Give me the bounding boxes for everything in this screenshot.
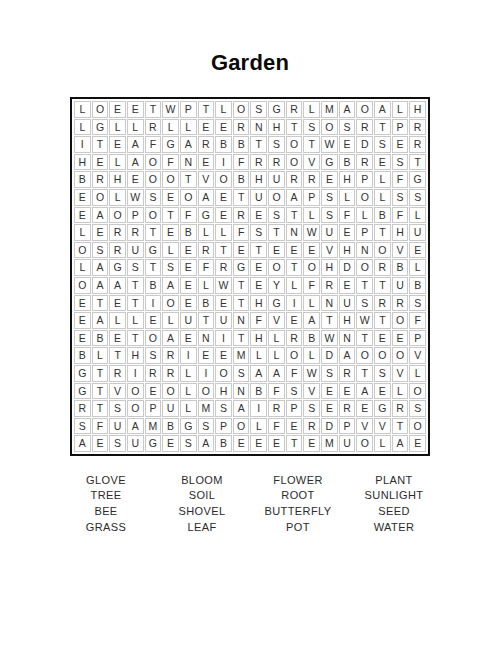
grid-cell[interactable]: T [392, 418, 409, 435]
grid-cell[interactable]: A [303, 312, 320, 329]
grid-cell[interactable]: E [74, 207, 91, 224]
grid-cell[interactable]: R [339, 400, 356, 417]
grid-cell[interactable]: U [339, 295, 356, 312]
grid-cell[interactable]: N [356, 242, 373, 259]
grid-cell[interactable]: P [215, 418, 232, 435]
grid-cell[interactable]: F [409, 312, 426, 329]
grid-cell[interactable]: L [215, 224, 232, 241]
grid-cell[interactable]: E [268, 435, 285, 452]
grid-cell[interactable]: O [409, 383, 426, 400]
grid-cell[interactable]: F [145, 136, 162, 153]
grid-cell[interactable]: L [74, 119, 91, 136]
grid-cell[interactable]: E [109, 136, 126, 153]
grid-cell[interactable]: U [162, 400, 179, 417]
grid-cell[interactable]: B [92, 330, 109, 347]
grid-cell[interactable]: E [92, 435, 109, 452]
grid-cell[interactable]: E [145, 383, 162, 400]
grid-cell[interactable]: R [233, 207, 250, 224]
grid-cell[interactable]: F [233, 154, 250, 171]
grid-cell[interactable]: L [109, 154, 126, 171]
grid-cell[interactable]: L [268, 347, 285, 364]
grid-cell[interactable]: V [409, 347, 426, 364]
grid-cell[interactable]: L [339, 189, 356, 206]
grid-cell[interactable]: R [356, 119, 373, 136]
grid-cell[interactable]: S [145, 189, 162, 206]
grid-cell[interactable]: A [127, 418, 144, 435]
grid-cell[interactable]: R [409, 119, 426, 136]
grid-cell[interactable]: O [92, 101, 109, 118]
grid-cell[interactable]: S [92, 242, 109, 259]
grid-cell[interactable]: A [162, 330, 179, 347]
grid-cell[interactable]: O [356, 189, 373, 206]
grid-cell[interactable]: W [127, 189, 144, 206]
grid-cell[interactable]: O [356, 347, 373, 364]
grid-cell[interactable]: E [74, 295, 91, 312]
grid-cell[interactable]: U [321, 224, 338, 241]
grid-cell[interactable]: E [303, 242, 320, 259]
grid-cell[interactable]: S [409, 400, 426, 417]
grid-cell[interactable]: E [286, 312, 303, 329]
grid-cell[interactable]: R [127, 224, 144, 241]
grid-cell[interactable]: E [233, 242, 250, 259]
grid-cell[interactable]: B [392, 259, 409, 276]
grid-cell[interactable]: T [198, 312, 215, 329]
grid-cell[interactable]: A [356, 383, 373, 400]
grid-cell[interactable]: G [268, 101, 285, 118]
grid-cell[interactable]: S [268, 136, 285, 153]
grid-cell[interactable]: V [392, 242, 409, 259]
grid-cell[interactable]: I [145, 295, 162, 312]
grid-cell[interactable]: H [109, 171, 126, 188]
grid-cell[interactable]: O [145, 171, 162, 188]
grid-cell[interactable]: T [127, 295, 144, 312]
grid-cell[interactable]: T [303, 136, 320, 153]
grid-cell[interactable]: R [109, 365, 126, 382]
grid-cell[interactable]: R [215, 259, 232, 276]
grid-cell[interactable]: V [198, 171, 215, 188]
grid-cell[interactable]: L [250, 418, 267, 435]
grid-cell[interactable]: O [198, 383, 215, 400]
grid-cell[interactable]: E [233, 435, 250, 452]
grid-cell[interactable]: F [180, 207, 197, 224]
grid-cell[interactable]: E [127, 171, 144, 188]
grid-cell[interactable]: U [127, 435, 144, 452]
grid-cell[interactable]: G [268, 295, 285, 312]
grid-cell[interactable]: L [303, 295, 320, 312]
grid-cell[interactable]: B [374, 207, 391, 224]
grid-cell[interactable]: B [339, 154, 356, 171]
grid-cell[interactable]: W [162, 101, 179, 118]
grid-cell[interactable]: R [374, 259, 391, 276]
grid-cell[interactable]: V [356, 418, 373, 435]
grid-cell[interactable]: E [374, 154, 391, 171]
grid-cell[interactable]: L [127, 312, 144, 329]
grid-cell[interactable]: T [286, 435, 303, 452]
grid-cell[interactable]: O [74, 277, 91, 294]
grid-cell[interactable]: W [303, 224, 320, 241]
grid-cell[interactable]: S [109, 400, 126, 417]
grid-cell[interactable]: E [74, 312, 91, 329]
grid-cell[interactable]: P [303, 189, 320, 206]
grid-cell[interactable]: O [268, 189, 285, 206]
grid-cell[interactable]: O [233, 101, 250, 118]
grid-cell[interactable]: E [250, 259, 267, 276]
grid-cell[interactable]: R [268, 400, 285, 417]
grid-cell[interactable]: E [250, 435, 267, 452]
grid-cell[interactable]: S [374, 136, 391, 153]
grid-cell[interactable]: R [162, 347, 179, 364]
grid-cell[interactable]: S [321, 365, 338, 382]
grid-cell[interactable]: E [92, 154, 109, 171]
grid-cell[interactable]: S [109, 435, 126, 452]
grid-cell[interactable]: O [356, 259, 373, 276]
grid-cell[interactable]: E [180, 330, 197, 347]
grid-cell[interactable]: E [180, 277, 197, 294]
grid-cell[interactable]: M [321, 435, 338, 452]
grid-cell[interactable]: W [321, 330, 338, 347]
grid-cell[interactable]: L [109, 312, 126, 329]
grid-cell[interactable]: D [356, 136, 373, 153]
grid-cell[interactable]: H [339, 312, 356, 329]
grid-cell[interactable]: U [250, 189, 267, 206]
grid-cell[interactable]: T [286, 119, 303, 136]
grid-cell[interactable]: E [215, 347, 232, 364]
grid-cell[interactable]: N [321, 295, 338, 312]
grid-cell[interactable]: L [374, 189, 391, 206]
grid-cell[interactable]: H [321, 259, 338, 276]
grid-cell[interactable]: H [250, 295, 267, 312]
grid-cell[interactable]: I [250, 400, 267, 417]
grid-cell[interactable]: T [268, 224, 285, 241]
grid-cell[interactable]: S [198, 418, 215, 435]
grid-cell[interactable]: S [303, 119, 320, 136]
grid-cell[interactable]: R [339, 365, 356, 382]
grid-cell[interactable]: R [109, 224, 126, 241]
grid-cell[interactable]: I [74, 136, 91, 153]
grid-cell[interactable]: A [339, 347, 356, 364]
grid-cell[interactable]: L [409, 365, 426, 382]
grid-cell[interactable]: G [180, 418, 197, 435]
grid-cell[interactable]: O [233, 418, 250, 435]
grid-cell[interactable]: A [109, 277, 126, 294]
grid-cell[interactable]: R [198, 136, 215, 153]
grid-cell[interactable]: O [215, 365, 232, 382]
grid-cell[interactable]: B [198, 295, 215, 312]
grid-cell[interactable]: M [233, 347, 250, 364]
grid-cell[interactable]: L [286, 277, 303, 294]
grid-cell[interactable]: E [215, 207, 232, 224]
grid-cell[interactable]: V [374, 418, 391, 435]
grid-cell[interactable]: M [321, 101, 338, 118]
grid-cell[interactable]: E [162, 224, 179, 241]
grid-cell[interactable]: O [303, 259, 320, 276]
grid-cell[interactable]: S [233, 365, 250, 382]
grid-cell[interactable]: F [250, 312, 267, 329]
grid-cell[interactable]: A [268, 365, 285, 382]
grid-cell[interactable]: U [180, 312, 197, 329]
grid-cell[interactable]: M [198, 400, 215, 417]
grid-cell[interactable]: W [303, 365, 320, 382]
grid-cell[interactable]: F [303, 277, 320, 294]
grid-cell[interactable]: N [233, 312, 250, 329]
grid-cell[interactable]: O [268, 259, 285, 276]
grid-cell[interactable]: R [233, 119, 250, 136]
grid-cell[interactable]: H [250, 330, 267, 347]
grid-cell[interactable]: F [268, 418, 285, 435]
grid-cell[interactable]: O [109, 207, 126, 224]
grid-cell[interactable]: F [233, 224, 250, 241]
grid-cell[interactable]: V [392, 365, 409, 382]
grid-cell[interactable]: L [303, 347, 320, 364]
grid-cell[interactable]: L [356, 207, 373, 224]
grid-cell[interactable]: E [109, 295, 126, 312]
grid-cell[interactable]: P [409, 330, 426, 347]
grid-cell[interactable]: L [215, 101, 232, 118]
grid-cell[interactable]: L [180, 365, 197, 382]
grid-cell[interactable]: A [233, 400, 250, 417]
grid-cell[interactable]: B [162, 418, 179, 435]
grid-cell[interactable]: S [409, 189, 426, 206]
grid-cell[interactable]: E [74, 330, 91, 347]
grid-cell[interactable]: R [303, 418, 320, 435]
grid-cell[interactable]: T [374, 224, 391, 241]
grid-cell[interactable]: I [127, 365, 144, 382]
grid-cell[interactable]: P [339, 418, 356, 435]
grid-cell[interactable]: M [145, 418, 162, 435]
grid-cell[interactable]: R [392, 295, 409, 312]
grid-cell[interactable]: P [356, 224, 373, 241]
grid-cell[interactable]: F [392, 207, 409, 224]
grid-cell[interactable]: O [356, 101, 373, 118]
grid-cell[interactable]: E [374, 330, 391, 347]
grid-cell[interactable]: G [198, 207, 215, 224]
grid-cell[interactable]: E [74, 189, 91, 206]
grid-cell[interactable]: R [162, 365, 179, 382]
grid-cell[interactable]: G [162, 136, 179, 153]
grid-cell[interactable]: S [392, 154, 409, 171]
grid-cell[interactable]: G [233, 259, 250, 276]
grid-cell[interactable]: G [409, 171, 426, 188]
grid-cell[interactable]: U [215, 312, 232, 329]
grid-cell[interactable]: F [268, 383, 285, 400]
grid-cell[interactable]: E [127, 101, 144, 118]
grid-cell[interactable]: B [74, 347, 91, 364]
grid-cell[interactable]: E [198, 347, 215, 364]
grid-cell[interactable]: U [339, 435, 356, 452]
grid-cell[interactable]: A [198, 189, 215, 206]
grid-cell[interactable]: O [92, 189, 109, 206]
grid-cell[interactable]: O [162, 383, 179, 400]
grid-cell[interactable]: A [127, 136, 144, 153]
grid-cell[interactable]: O [374, 347, 391, 364]
grid-cell[interactable]: B [215, 136, 232, 153]
grid-cell[interactable]: R [92, 171, 109, 188]
grid-cell[interactable]: T [233, 277, 250, 294]
grid-cell[interactable]: T [374, 312, 391, 329]
grid-cell[interactable]: T [286, 259, 303, 276]
grid-cell[interactable]: O [392, 347, 409, 364]
grid-cell[interactable]: E [356, 400, 373, 417]
grid-cell[interactable]: F [198, 259, 215, 276]
grid-cell[interactable]: B [180, 224, 197, 241]
grid-cell[interactable]: T [374, 119, 391, 136]
grid-cell[interactable]: R [145, 365, 162, 382]
grid-cell[interactable]: T [127, 277, 144, 294]
grid-cell[interactable]: F [286, 365, 303, 382]
grid-cell[interactable]: U [392, 277, 409, 294]
grid-cell[interactable]: A [127, 154, 144, 171]
grid-cell[interactable]: S [321, 207, 338, 224]
grid-cell[interactable]: L [109, 189, 126, 206]
grid-cell[interactable]: O [162, 295, 179, 312]
grid-cell[interactable]: T [409, 154, 426, 171]
grid-cell[interactable]: T [145, 224, 162, 241]
grid-cell[interactable]: L [409, 207, 426, 224]
grid-cell[interactable]: O [286, 347, 303, 364]
grid-cell[interactable]: T [180, 171, 197, 188]
grid-cell[interactable]: O [286, 154, 303, 171]
grid-cell[interactable]: R [145, 119, 162, 136]
grid-cell[interactable]: I [198, 365, 215, 382]
grid-cell[interactable]: L [409, 259, 426, 276]
grid-cell[interactable]: O [180, 189, 197, 206]
grid-cell[interactable]: S [250, 224, 267, 241]
grid-cell[interactable]: R [286, 330, 303, 347]
grid-cell[interactable]: E [339, 224, 356, 241]
grid-cell[interactable]: T [92, 365, 109, 382]
grid-cell[interactable]: T [356, 330, 373, 347]
grid-cell[interactable]: R [250, 154, 267, 171]
grid-cell[interactable]: E [92, 224, 109, 241]
grid-cell[interactable]: H [250, 171, 267, 188]
grid-cell[interactable]: V [109, 383, 126, 400]
grid-cell[interactable]: R [109, 242, 126, 259]
grid-cell[interactable]: D [321, 418, 338, 435]
grid-cell[interactable]: W [356, 312, 373, 329]
grid-cell[interactable]: O [374, 242, 391, 259]
grid-cell[interactable]: L [92, 347, 109, 364]
grid-cell[interactable]: L [198, 277, 215, 294]
grid-cell[interactable]: T [356, 365, 373, 382]
grid-cell[interactable]: O [356, 435, 373, 452]
grid-cell[interactable]: A [286, 189, 303, 206]
grid-cell[interactable]: E [215, 295, 232, 312]
grid-cell[interactable]: H [409, 101, 426, 118]
grid-cell[interactable]: L [374, 435, 391, 452]
grid-cell[interactable]: A [92, 277, 109, 294]
grid-cell[interactable]: H [74, 154, 91, 171]
grid-cell[interactable]: O [127, 400, 144, 417]
grid-cell[interactable]: S [303, 400, 320, 417]
grid-cell[interactable]: L [392, 101, 409, 118]
grid-cell[interactable]: E [286, 418, 303, 435]
grid-cell[interactable]: L [374, 171, 391, 188]
grid-cell[interactable]: P [356, 171, 373, 188]
grid-cell[interactable]: L [268, 330, 285, 347]
grid-cell[interactable]: E [321, 171, 338, 188]
grid-cell[interactable]: T [233, 189, 250, 206]
grid-cell[interactable]: G [74, 383, 91, 400]
grid-cell[interactable]: L [180, 400, 197, 417]
grid-cell[interactable]: S [215, 400, 232, 417]
grid-cell[interactable]: E [250, 207, 267, 224]
grid-cell[interactable]: O [162, 171, 179, 188]
grid-cell[interactable]: P [127, 207, 144, 224]
grid-cell[interactable]: E [198, 154, 215, 171]
grid-cell[interactable]: H [127, 347, 144, 364]
grid-cell[interactable]: B [233, 171, 250, 188]
grid-cell[interactable]: L [74, 101, 91, 118]
grid-cell[interactable]: P [145, 400, 162, 417]
grid-cell[interactable]: A [92, 259, 109, 276]
grid-cell[interactable]: R [198, 242, 215, 259]
grid-cell[interactable]: S [162, 259, 179, 276]
grid-cell[interactable]: R [74, 400, 91, 417]
grid-cell[interactable]: H [268, 119, 285, 136]
grid-cell[interactable]: L [162, 119, 179, 136]
grid-cell[interactable]: T [233, 295, 250, 312]
grid-cell[interactable]: N [286, 224, 303, 241]
grid-cell[interactable]: E [198, 119, 215, 136]
grid-cell[interactable]: R [303, 171, 320, 188]
grid-cell[interactable]: E [268, 242, 285, 259]
grid-cell[interactable]: U [409, 224, 426, 241]
grid-cell[interactable]: B [250, 383, 267, 400]
grid-cell[interactable]: L [74, 224, 91, 241]
grid-cell[interactable]: T [198, 101, 215, 118]
grid-cell[interactable]: V [303, 154, 320, 171]
grid-cell[interactable]: T [356, 277, 373, 294]
grid-cell[interactable]: A [198, 435, 215, 452]
grid-cell[interactable]: T [250, 136, 267, 153]
grid-cell[interactable]: G [74, 365, 91, 382]
grid-cell[interactable]: E [145, 312, 162, 329]
grid-cell[interactable]: G [374, 400, 391, 417]
grid-cell[interactable]: L [303, 207, 320, 224]
grid-cell[interactable]: W [215, 277, 232, 294]
grid-cell[interactable]: E [392, 136, 409, 153]
grid-cell[interactable]: P [286, 400, 303, 417]
grid-cell[interactable]: E [409, 435, 426, 452]
grid-cell[interactable]: N [250, 119, 267, 136]
grid-cell[interactable]: A [250, 365, 267, 382]
grid-cell[interactable]: V [268, 312, 285, 329]
grid-cell[interactable]: O [321, 119, 338, 136]
grid-cell[interactable]: S [127, 259, 144, 276]
grid-cell[interactable]: L [392, 383, 409, 400]
grid-cell[interactable]: G [321, 154, 338, 171]
grid-cell[interactable]: G [92, 119, 109, 136]
grid-cell[interactable]: P [180, 101, 197, 118]
grid-cell[interactable]: R [286, 171, 303, 188]
grid-cell[interactable]: B [215, 435, 232, 452]
grid-cell[interactable]: L [162, 312, 179, 329]
grid-cell[interactable]: T [145, 259, 162, 276]
grid-cell[interactable]: T [109, 347, 126, 364]
grid-cell[interactable]: B [74, 171, 91, 188]
grid-cell[interactable]: E [180, 295, 197, 312]
grid-cell[interactable]: G [145, 242, 162, 259]
grid-cell[interactable]: D [321, 347, 338, 364]
grid-cell[interactable]: V [321, 242, 338, 259]
grid-cell[interactable]: E [162, 435, 179, 452]
grid-cell[interactable]: E [109, 101, 126, 118]
grid-cell[interactable]: F [339, 207, 356, 224]
grid-cell[interactable]: H [339, 242, 356, 259]
grid-cell[interactable]: T [127, 330, 144, 347]
grid-cell[interactable]: S [356, 295, 373, 312]
grid-cell[interactable]: L [180, 383, 197, 400]
